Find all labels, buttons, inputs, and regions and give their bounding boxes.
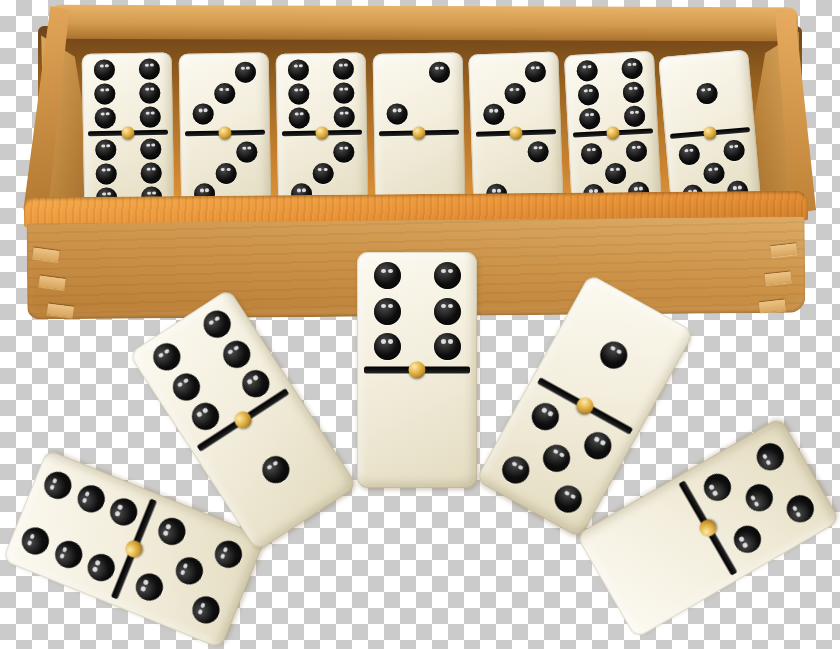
pip [497, 452, 534, 489]
pip [549, 481, 586, 518]
pip [106, 495, 141, 530]
pip [131, 570, 166, 605]
pip [729, 521, 766, 558]
pip [374, 333, 401, 360]
pip [148, 338, 185, 375]
pip [741, 480, 778, 517]
pip [434, 262, 461, 289]
pip [188, 593, 223, 628]
pip [154, 514, 189, 549]
dominoes-product-scene [0, 0, 840, 649]
pip [579, 427, 616, 464]
pip [217, 336, 254, 373]
domino-6-0[interactable] [357, 252, 477, 488]
pip [374, 262, 401, 289]
pip [18, 524, 53, 559]
pip [538, 439, 575, 476]
pip [167, 368, 204, 405]
pip [211, 537, 246, 572]
pip [256, 451, 293, 488]
pip [237, 365, 274, 402]
pip [434, 298, 461, 325]
pip [782, 491, 819, 528]
loose-dominoes-area [0, 0, 840, 649]
pip [186, 398, 223, 435]
pip [699, 469, 736, 506]
pip [752, 439, 789, 476]
pip [527, 398, 564, 435]
pip [40, 468, 75, 503]
pip [198, 306, 235, 343]
pip [73, 482, 108, 517]
pip [595, 336, 632, 373]
pip [434, 333, 461, 360]
pip [50, 537, 85, 572]
pip [374, 298, 401, 325]
brass-spinner [409, 362, 426, 379]
pip [171, 554, 206, 589]
pip [83, 550, 118, 585]
